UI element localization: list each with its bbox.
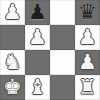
square-c4[interactable]: [50, 0, 75, 25]
white-bishop-piece[interactable]: ♝: [28, 75, 47, 100]
white-pawn-piece[interactable]: ♟: [3, 0, 22, 25]
black-queen-piece[interactable]: ♛: [78, 0, 97, 25]
square-b3[interactable]: ♟: [25, 25, 50, 50]
square-d1[interactable]: ♜: [75, 75, 100, 100]
white-pawn-piece[interactable]: ♟: [78, 50, 97, 75]
square-b4[interactable]: ♟: [25, 0, 50, 25]
square-c1[interactable]: [50, 75, 75, 100]
square-a3[interactable]: [0, 25, 25, 50]
white-pawn-piece[interactable]: ♟: [28, 25, 47, 50]
white-rook-piece[interactable]: ♜: [78, 75, 97, 100]
square-c2[interactable]: [50, 50, 75, 75]
square-a1[interactable]: ♚: [0, 75, 25, 100]
square-b1[interactable]: ♝: [25, 75, 50, 100]
square-d4[interactable]: ♛: [75, 0, 100, 25]
square-d3[interactable]: ♟: [75, 25, 100, 50]
black-pawn-piece[interactable]: ♟: [28, 0, 47, 25]
white-knight-piece[interactable]: ♞: [3, 50, 22, 75]
white-king-piece[interactable]: ♚: [3, 75, 22, 100]
square-d2[interactable]: ♟: [75, 50, 100, 75]
chess-board: ♟♟♛♟♟♞♟♚♝♜: [0, 0, 100, 100]
square-a4[interactable]: ♟: [0, 0, 25, 25]
square-b2[interactable]: [25, 50, 50, 75]
square-c3[interactable]: [50, 25, 75, 50]
white-pawn-piece[interactable]: ♟: [78, 25, 97, 50]
square-a2[interactable]: ♞: [0, 50, 25, 75]
